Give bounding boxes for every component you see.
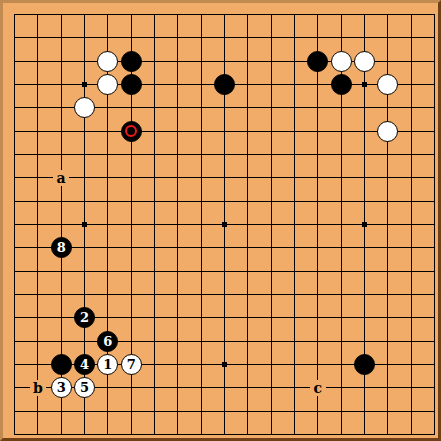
white-stone-7: 7 [121, 354, 142, 375]
black-stone [331, 74, 352, 95]
black-stone [51, 354, 72, 375]
white-stone [377, 121, 398, 142]
star-point [362, 222, 367, 227]
white-stone-3: 3 [51, 377, 72, 398]
star-point [362, 82, 367, 87]
white-stone [97, 51, 118, 72]
move-number: 2 [80, 311, 89, 324]
move-number: 1 [103, 357, 112, 370]
point-label-c: c [310, 380, 326, 396]
star-point [222, 362, 227, 367]
point-label-b: b [30, 380, 46, 396]
point-label-a: a [53, 170, 69, 186]
move-number: 5 [80, 381, 89, 394]
black-stone-8: 8 [51, 237, 72, 258]
white-stone [331, 51, 352, 72]
black-stone-4: 4 [74, 354, 95, 375]
star-point [82, 82, 87, 87]
star-point [82, 222, 87, 227]
white-stone [354, 51, 375, 72]
black-stone-6: 6 [97, 331, 118, 352]
move-number: 7 [127, 357, 136, 370]
star-point [222, 222, 227, 227]
black-stone [354, 354, 375, 375]
circle-marker-icon [125, 125, 137, 137]
black-stone [121, 74, 142, 95]
black-stone-marked [121, 121, 142, 142]
go-board: abc12345678 [0, 0, 441, 441]
move-number: 8 [57, 241, 66, 254]
move-number: 4 [80, 357, 89, 370]
move-number: 3 [57, 381, 66, 394]
black-stone [307, 51, 328, 72]
black-stone [121, 51, 142, 72]
move-number: 6 [103, 334, 112, 347]
black-stone [214, 74, 235, 95]
